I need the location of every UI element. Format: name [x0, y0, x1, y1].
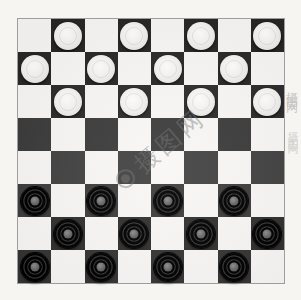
square-r5c3	[85, 151, 118, 184]
square-r4c6	[184, 118, 217, 151]
square-r1c6[interactable]	[184, 19, 217, 52]
square-r7c2[interactable]	[51, 217, 84, 250]
square-r1c4[interactable]	[118, 19, 151, 52]
square-r7c4[interactable]	[118, 217, 151, 250]
checkers-board	[17, 18, 285, 284]
square-r1c8[interactable]	[251, 19, 284, 52]
white-piece[interactable]	[154, 55, 182, 83]
square-r4c3[interactable]	[85, 118, 118, 151]
square-r2c1[interactable]	[18, 52, 51, 85]
black-piece[interactable]	[154, 187, 182, 215]
square-r7c3	[85, 217, 118, 250]
square-r4c1[interactable]	[18, 118, 51, 151]
square-r5c1	[18, 151, 51, 184]
black-piece[interactable]	[87, 187, 115, 215]
square-r1c7	[218, 19, 251, 52]
square-r6c5[interactable]	[151, 184, 184, 217]
square-r2c8	[251, 52, 284, 85]
square-r2c2	[51, 52, 84, 85]
square-r6c7[interactable]	[218, 184, 251, 217]
square-r3c7	[218, 85, 251, 118]
square-r3c5	[151, 85, 184, 118]
white-piece[interactable]	[21, 55, 49, 83]
black-piece[interactable]	[154, 253, 182, 281]
square-r4c8	[251, 118, 284, 151]
black-piece[interactable]	[87, 253, 115, 281]
square-r6c4	[118, 184, 151, 217]
square-r3c2[interactable]	[51, 85, 84, 118]
square-r2c7[interactable]	[218, 52, 251, 85]
square-r5c5	[151, 151, 184, 184]
square-r4c2	[51, 118, 84, 151]
square-r2c3[interactable]	[85, 52, 118, 85]
square-r4c4	[118, 118, 151, 151]
square-r5c6[interactable]	[184, 151, 217, 184]
square-r5c7	[218, 151, 251, 184]
square-r1c1	[18, 19, 51, 52]
square-r6c3[interactable]	[85, 184, 118, 217]
photo-background: 摄图网 摄图网 摄图网	[0, 0, 301, 300]
square-r4c5[interactable]	[151, 118, 184, 151]
black-piece[interactable]	[187, 220, 215, 248]
square-r8c5[interactable]	[151, 250, 184, 283]
white-piece[interactable]	[253, 88, 281, 116]
square-r8c8	[251, 250, 284, 283]
black-piece[interactable]	[21, 253, 49, 281]
square-r2c5[interactable]	[151, 52, 184, 85]
square-r7c7	[218, 217, 251, 250]
square-r1c2[interactable]	[51, 19, 84, 52]
black-piece[interactable]	[120, 220, 148, 248]
black-piece[interactable]	[54, 220, 82, 248]
square-r7c8[interactable]	[251, 217, 284, 250]
square-r3c1	[18, 85, 51, 118]
white-piece[interactable]	[87, 55, 115, 83]
square-r5c2[interactable]	[51, 151, 84, 184]
white-piece[interactable]	[54, 88, 82, 116]
square-r1c3	[85, 19, 118, 52]
white-piece[interactable]	[120, 88, 148, 116]
white-piece[interactable]	[220, 55, 248, 83]
square-r8c2	[51, 250, 84, 283]
square-r5c8[interactable]	[251, 151, 284, 184]
square-r4c7[interactable]	[218, 118, 251, 151]
white-piece[interactable]	[187, 88, 215, 116]
square-r6c1[interactable]	[18, 184, 51, 217]
black-piece[interactable]	[220, 187, 248, 215]
square-r3c3	[85, 85, 118, 118]
black-piece[interactable]	[253, 220, 281, 248]
square-r5c4[interactable]	[118, 151, 151, 184]
square-r6c8	[251, 184, 284, 217]
square-r6c6	[184, 184, 217, 217]
square-r7c6[interactable]	[184, 217, 217, 250]
square-r8c7[interactable]	[218, 250, 251, 283]
white-piece[interactable]	[120, 22, 148, 50]
white-piece[interactable]	[187, 22, 215, 50]
black-piece[interactable]	[21, 187, 49, 215]
watermark-side-text-top: 摄图网	[283, 82, 300, 97]
square-r8c4	[118, 250, 151, 283]
square-r8c1[interactable]	[18, 250, 51, 283]
square-r8c3[interactable]	[85, 250, 118, 283]
square-r3c8[interactable]	[251, 85, 284, 118]
square-r7c1	[18, 217, 51, 250]
square-r6c2	[51, 184, 84, 217]
square-r8c6	[184, 250, 217, 283]
square-r1c5	[151, 19, 184, 52]
watermark-side: 摄图网 摄图网	[283, 82, 300, 141]
white-piece[interactable]	[54, 22, 82, 50]
square-r7c5	[151, 217, 184, 250]
watermark-side-text-bottom: 摄图网	[284, 123, 299, 141]
square-r2c6	[184, 52, 217, 85]
square-r3c4[interactable]	[118, 85, 151, 118]
square-r3c6[interactable]	[184, 85, 217, 118]
black-piece[interactable]	[220, 253, 248, 281]
square-r2c4	[118, 52, 151, 85]
white-piece[interactable]	[253, 22, 281, 50]
